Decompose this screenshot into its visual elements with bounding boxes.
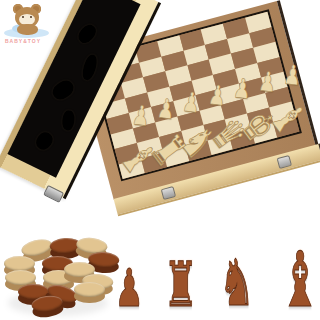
dark-chess-pieces-row: ♟♜♞♝♛♚ [106,217,318,309]
dark-pawn: ♟ [115,268,144,309]
hinge [43,185,64,203]
light-checker-disc [74,282,105,304]
felt-cutout [75,22,99,46]
brand-text: BABY&TOY [5,38,41,44]
dark-knight: ♞ [219,259,255,309]
dark-checker-disc [31,294,65,320]
brand-watermark: BABY&TOY [4,4,58,46]
dark-bishop: ♝ [279,250,320,309]
checkers-pile [2,232,114,320]
product-photo: ♟♟♟♟♟♟♟ ♝♜♞♛♚♝ ♟♜♞♝♛♚ BABY&TOY [0,0,320,320]
felt-cutout [50,77,77,103]
latch [161,186,176,200]
felt-cutout [61,110,75,131]
latch [277,155,292,169]
felt-cutout [33,129,56,152]
teddy-bear-icon [13,4,47,36]
felt-cutout [80,53,99,81]
dark-rook: ♜ [163,261,197,309]
